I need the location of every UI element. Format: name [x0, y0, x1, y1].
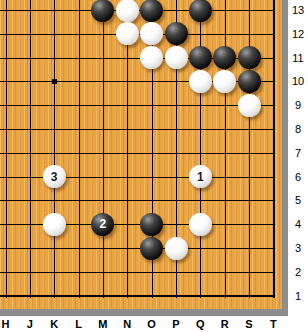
stone-black-O13 — [140, 0, 163, 22]
move-number-label: 1 — [197, 171, 204, 183]
row-label-11: 11 — [288, 50, 308, 66]
stone-white-O12 — [140, 22, 163, 45]
grid-line-row-2 — [0, 272, 275, 273]
stone-black-Q13 — [189, 0, 212, 22]
grid-line-col-K — [54, 0, 55, 298]
row-coordinates: 13121110987654321 — [288, 0, 308, 316]
grid-line-row-3 — [0, 248, 275, 249]
col-label-L: L — [71, 317, 87, 332]
row-label-10: 10 — [288, 73, 308, 89]
stone-black-S11 — [238, 46, 261, 69]
col-label-J: J — [22, 317, 38, 332]
grid-line-row-1 — [0, 295, 275, 297]
grid-line-col-T — [273, 0, 275, 298]
grid-line-col-J — [30, 0, 31, 298]
row-label-1: 1 — [288, 288, 308, 304]
stone-white-Q10 — [189, 70, 212, 93]
grid-line-col-Q — [200, 0, 201, 298]
col-label-K: K — [46, 317, 62, 332]
stone-white-S9 — [238, 94, 261, 117]
move-number-label: 2 — [100, 218, 107, 230]
stone-white-N13 — [116, 0, 139, 22]
col-label-P: P — [168, 317, 184, 332]
row-label-3: 3 — [288, 240, 308, 256]
col-label-S: S — [241, 317, 257, 332]
row-label-6: 6 — [288, 169, 308, 185]
row-label-8: 8 — [288, 121, 308, 137]
stone-white-K6: 3 — [43, 165, 66, 188]
grid-line-col-R — [225, 0, 226, 298]
stone-black-Q11 — [189, 46, 212, 69]
column-coordinates: HJKLMNOPQRST — [0, 316, 288, 332]
col-label-T: T — [265, 317, 281, 332]
stone-black-S10 — [238, 70, 261, 93]
grid-line-row-8 — [0, 129, 275, 130]
stone-black-O4 — [140, 213, 163, 236]
row-label-13: 13 — [288, 2, 308, 18]
grid-line-row-4 — [0, 224, 275, 225]
grid-line-row-9 — [0, 105, 275, 106]
stone-white-Q6: 1 — [189, 165, 212, 188]
stone-black-O3 — [140, 237, 163, 260]
row-label-2: 2 — [288, 264, 308, 280]
stone-white-P3 — [165, 237, 188, 260]
stone-white-K4 — [43, 213, 66, 236]
stone-black-M4: 2 — [91, 213, 114, 236]
col-label-N: N — [119, 317, 135, 332]
row-label-5: 5 — [288, 192, 308, 208]
stone-black-M13 — [91, 0, 114, 22]
grid-line-col-H — [6, 0, 7, 298]
grid-line-col-M — [103, 0, 104, 298]
stone-white-O11 — [140, 46, 163, 69]
col-label-Q: Q — [192, 317, 208, 332]
col-label-M: M — [95, 317, 111, 332]
row-label-9: 9 — [288, 97, 308, 113]
grid-line-row-7 — [0, 153, 275, 154]
star-point-K10 — [52, 79, 57, 84]
stone-black-R11 — [213, 46, 236, 69]
col-label-O: O — [144, 317, 160, 332]
move-number-label: 3 — [51, 171, 58, 183]
row-label-4: 4 — [288, 216, 308, 232]
stone-white-P11 — [165, 46, 188, 69]
go-diagram-viewer: 231 13121110987654321 HJKLMNOPQRST — [0, 0, 308, 332]
grid-line-col-L — [79, 0, 80, 298]
col-label-H: H — [0, 317, 14, 332]
stone-white-Q4 — [189, 213, 212, 236]
col-label-R: R — [217, 317, 233, 332]
row-label-7: 7 — [288, 145, 308, 161]
grid-line-col-S — [249, 0, 250, 298]
row-label-12: 12 — [288, 26, 308, 42]
go-board[interactable]: 231 — [0, 0, 288, 316]
grid-line-row-6 — [0, 177, 275, 178]
stone-white-N12 — [116, 22, 139, 45]
grid-line-row-5 — [0, 200, 275, 201]
stone-black-P12 — [165, 22, 188, 45]
stone-white-R10 — [213, 70, 236, 93]
